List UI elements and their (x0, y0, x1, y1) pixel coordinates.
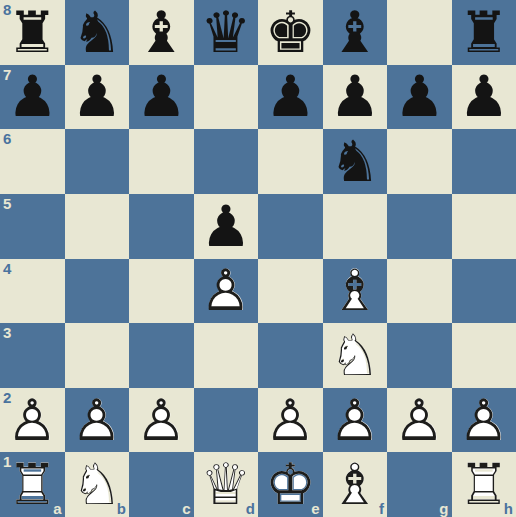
piece-black-knight-f6[interactable]: ♞ (323, 129, 388, 194)
piece-black-pawn-h7[interactable]: ♟ (452, 65, 516, 130)
square-h6[interactable] (452, 129, 516, 194)
square-h4[interactable] (452, 259, 516, 324)
piece-glyph: ♝ (129, 0, 194, 65)
piece-glyph: ♛ (194, 0, 259, 65)
square-b1[interactable]: ♞♘b (65, 452, 130, 517)
rank-label-5: 5 (3, 196, 11, 211)
piece-white-pawn-h2[interactable]: ♟♙ (452, 388, 516, 453)
piece-white-pawn-c2[interactable]: ♟♙ (129, 388, 194, 453)
square-f1[interactable]: ♝♗f (323, 452, 388, 517)
square-a6[interactable]: 6 (0, 129, 65, 194)
piece-glyph: ♟ (323, 65, 388, 130)
piece-white-queen-d1[interactable]: ♛♕ (194, 452, 259, 517)
square-e5[interactable] (258, 194, 323, 259)
square-b3[interactable] (65, 323, 130, 388)
piece-black-knight-b8[interactable]: ♞ (65, 0, 130, 65)
piece-outline-glyph: ♕ (194, 452, 259, 517)
file-label-c: c (182, 501, 190, 516)
piece-black-pawn-f7[interactable]: ♟ (323, 65, 388, 130)
square-c2[interactable]: ♟♙ (129, 388, 194, 453)
piece-white-pawn-e2[interactable]: ♟♙ (258, 388, 323, 453)
square-a3[interactable]: 3 (0, 323, 65, 388)
square-c4[interactable] (129, 259, 194, 324)
piece-outline-glyph: ♔ (258, 452, 323, 517)
rank-label-3: 3 (3, 325, 11, 340)
square-f8[interactable]: ♝ (323, 0, 388, 65)
piece-white-pawn-b2[interactable]: ♟♙ (65, 388, 130, 453)
piece-white-rook-a1[interactable]: ♜♖ (0, 452, 65, 517)
piece-glyph: ♜ (0, 0, 65, 65)
piece-white-rook-h1[interactable]: ♜♖ (452, 452, 516, 517)
square-d2[interactable] (194, 388, 259, 453)
piece-outline-glyph: ♙ (323, 388, 388, 453)
piece-black-queen-d8[interactable]: ♛ (194, 0, 259, 65)
square-e1[interactable]: ♚♔e (258, 452, 323, 517)
piece-outline-glyph: ♗ (323, 452, 388, 517)
square-a2[interactable]: ♟♙2 (0, 388, 65, 453)
piece-glyph: ♞ (323, 129, 388, 194)
square-g3[interactable] (387, 323, 452, 388)
square-d3[interactable] (194, 323, 259, 388)
square-h2[interactable]: ♟♙ (452, 388, 516, 453)
square-f4[interactable]: ♝♗ (323, 259, 388, 324)
piece-glyph: ♟ (194, 194, 259, 259)
square-e2[interactable]: ♟♙ (258, 388, 323, 453)
piece-black-pawn-b7[interactable]: ♟ (65, 65, 130, 130)
piece-black-king-e8[interactable]: ♚ (258, 0, 323, 65)
piece-black-pawn-a7[interactable]: ♟ (0, 65, 65, 130)
square-g4[interactable] (387, 259, 452, 324)
piece-outline-glyph: ♙ (194, 259, 259, 324)
square-d4[interactable]: ♟♙ (194, 259, 259, 324)
rank-label-4: 4 (3, 261, 11, 276)
piece-outline-glyph: ♙ (258, 388, 323, 453)
piece-white-bishop-f1[interactable]: ♝♗ (323, 452, 388, 517)
square-e4[interactable] (258, 259, 323, 324)
piece-white-king-e1[interactable]: ♚♔ (258, 452, 323, 517)
piece-glyph: ♚ (258, 0, 323, 65)
square-b4[interactable] (65, 259, 130, 324)
square-c7[interactable]: ♟ (129, 65, 194, 130)
piece-glyph: ♞ (65, 0, 130, 65)
square-g5[interactable] (387, 194, 452, 259)
piece-outline-glyph: ♙ (129, 388, 194, 453)
file-label-g: g (439, 501, 448, 516)
piece-white-pawn-f2[interactable]: ♟♙ (323, 388, 388, 453)
piece-white-pawn-g2[interactable]: ♟♙ (387, 388, 452, 453)
square-g8[interactable] (387, 0, 452, 65)
square-h7[interactable]: ♟ (452, 65, 516, 130)
square-b5[interactable] (65, 194, 130, 259)
piece-glyph: ♟ (65, 65, 130, 130)
piece-black-bishop-f8[interactable]: ♝ (323, 0, 388, 65)
piece-outline-glyph: ♗ (323, 259, 388, 324)
square-b2[interactable]: ♟♙ (65, 388, 130, 453)
piece-outline-glyph: ♘ (323, 323, 388, 388)
square-g7[interactable]: ♟ (387, 65, 452, 130)
rank-label-6: 6 (3, 131, 11, 146)
square-d7[interactable] (194, 65, 259, 130)
square-e7[interactable]: ♟ (258, 65, 323, 130)
square-g2[interactable]: ♟♙ (387, 388, 452, 453)
square-b8[interactable]: ♞ (65, 0, 130, 65)
square-d1[interactable]: ♛♕d (194, 452, 259, 517)
square-h3[interactable] (452, 323, 516, 388)
piece-glyph: ♟ (452, 65, 516, 130)
piece-outline-glyph: ♙ (452, 388, 516, 453)
square-b6[interactable] (65, 129, 130, 194)
piece-glyph: ♜ (452, 0, 516, 65)
piece-outline-glyph: ♙ (0, 388, 65, 453)
square-a5[interactable]: 5 (0, 194, 65, 259)
square-a8[interactable]: ♜8 (0, 0, 65, 65)
square-a7[interactable]: ♟7 (0, 65, 65, 130)
piece-black-rook-a8[interactable]: ♜ (0, 0, 65, 65)
piece-outline-glyph: ♖ (452, 452, 516, 517)
square-d8[interactable]: ♛ (194, 0, 259, 65)
square-g1[interactable]: g (387, 452, 452, 517)
square-d6[interactable] (194, 129, 259, 194)
piece-glyph: ♟ (387, 65, 452, 130)
square-h5[interactable] (452, 194, 516, 259)
square-f7[interactable]: ♟ (323, 65, 388, 130)
square-c6[interactable] (129, 129, 194, 194)
piece-outline-glyph: ♙ (65, 388, 130, 453)
square-a4[interactable]: 4 (0, 259, 65, 324)
piece-glyph: ♟ (0, 65, 65, 130)
piece-white-knight-b1[interactable]: ♞♘ (65, 452, 130, 517)
square-a1[interactable]: ♜♖1a (0, 452, 65, 517)
piece-black-rook-h8[interactable]: ♜ (452, 0, 516, 65)
square-e3[interactable] (258, 323, 323, 388)
square-f5[interactable] (323, 194, 388, 259)
square-c3[interactable] (129, 323, 194, 388)
square-f6[interactable]: ♞ (323, 129, 388, 194)
piece-outline-glyph: ♖ (0, 452, 65, 517)
square-c1[interactable]: c (129, 452, 194, 517)
piece-outline-glyph: ♘ (65, 452, 130, 517)
piece-black-pawn-c7[interactable]: ♟ (129, 65, 194, 130)
square-e8[interactable]: ♚ (258, 0, 323, 65)
piece-glyph: ♟ (258, 65, 323, 130)
square-c5[interactable] (129, 194, 194, 259)
square-d5[interactable]: ♟ (194, 194, 259, 259)
square-g6[interactable] (387, 129, 452, 194)
piece-black-bishop-c8[interactable]: ♝ (129, 0, 194, 65)
square-f3[interactable]: ♞♘ (323, 323, 388, 388)
piece-glyph: ♟ (129, 65, 194, 130)
piece-outline-glyph: ♙ (387, 388, 452, 453)
piece-black-pawn-d5[interactable]: ♟ (194, 194, 259, 259)
piece-black-pawn-g7[interactable]: ♟ (387, 65, 452, 130)
square-e6[interactable] (258, 129, 323, 194)
piece-black-pawn-e7[interactable]: ♟ (258, 65, 323, 130)
piece-white-knight-f3[interactable]: ♞♘ (323, 323, 388, 388)
square-b7[interactable]: ♟ (65, 65, 130, 130)
piece-glyph: ♝ (323, 0, 388, 65)
piece-white-pawn-a2[interactable]: ♟♙ (0, 388, 65, 453)
square-c8[interactable]: ♝ (129, 0, 194, 65)
chess-board-wrap: ♜8♞♝♛♚♝♜♟7♟♟♟♟♟♟6♞5♟4♟♙♝♗3♞♘♟♙2♟♙♟♙♟♙♟♙♟… (0, 0, 516, 517)
square-f2[interactable]: ♟♙ (323, 388, 388, 453)
square-h1[interactable]: ♜♖h (452, 452, 516, 517)
piece-white-bishop-f4[interactable]: ♝♗ (323, 259, 388, 324)
chess-board: ♜8♞♝♛♚♝♜♟7♟♟♟♟♟♟6♞5♟4♟♙♝♗3♞♘♟♙2♟♙♟♙♟♙♟♙♟… (0, 0, 516, 517)
square-h8[interactable]: ♜ (452, 0, 516, 65)
piece-white-pawn-d4[interactable]: ♟♙ (194, 259, 259, 324)
